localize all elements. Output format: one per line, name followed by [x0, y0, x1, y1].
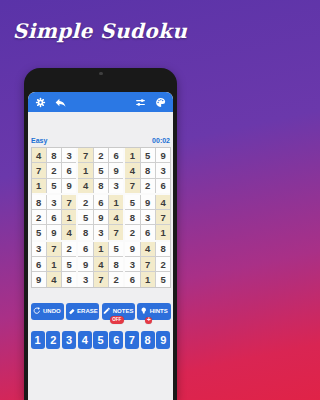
- cell-r9c5[interactable]: 7: [94, 272, 108, 286]
- phone-screen: Easy 00:02 48372615972615948315948372683…: [28, 92, 173, 400]
- cell-r4c3[interactable]: 7: [62, 195, 76, 209]
- cell-r8c3[interactable]: 5: [62, 257, 76, 271]
- cell-r3c7[interactable]: 7: [125, 179, 139, 193]
- cell-r9c1[interactable]: 9: [32, 272, 46, 286]
- cell-r1c6[interactable]: 6: [109, 148, 123, 162]
- phone-camera-dot: [99, 72, 103, 75]
- eraser-icon: [68, 307, 76, 315]
- cell-r9c6[interactable]: 2: [109, 272, 123, 286]
- cell-r6c2[interactable]: 9: [47, 225, 61, 239]
- sudoku-box-1: 726159483: [78, 148, 123, 193]
- cell-r6c1[interactable]: 5: [32, 225, 46, 239]
- cell-r6c4[interactable]: 8: [78, 225, 92, 239]
- sudoku-box-8: 948372615: [125, 242, 170, 287]
- sudoku-box-0: 483726159: [32, 148, 77, 193]
- status-row: Easy 00:02: [31, 137, 170, 144]
- numpad-button-7[interactable]: 7: [125, 331, 139, 349]
- cell-r2c7[interactable]: 4: [125, 163, 139, 177]
- cell-r2c6[interactable]: 9: [109, 163, 123, 177]
- numpad-button-5[interactable]: 5: [93, 331, 107, 349]
- cell-r8c9[interactable]: 2: [156, 257, 170, 271]
- numpad-button-4[interactable]: 4: [78, 331, 92, 349]
- cell-r9c3[interactable]: 8: [62, 272, 76, 286]
- timer-value: 00:02: [152, 137, 170, 144]
- cell-r4c6[interactable]: 1: [109, 195, 123, 209]
- cell-r3c6[interactable]: 3: [109, 179, 123, 193]
- sudoku-board-wrap: 4837261597261594831594837268372615942615…: [31, 147, 171, 288]
- cell-r5c3[interactable]: 1: [62, 210, 76, 224]
- cell-r7c7[interactable]: 9: [125, 242, 139, 256]
- cell-r5c5[interactable]: 9: [94, 210, 108, 224]
- numpad-button-3[interactable]: 3: [62, 331, 76, 349]
- cell-r6c6[interactable]: 7: [109, 225, 123, 239]
- cell-r7c4[interactable]: 6: [78, 242, 92, 256]
- cell-r6c3[interactable]: 4: [62, 225, 76, 239]
- cell-r9c9[interactable]: 5: [156, 272, 170, 286]
- undo-circular-icon: [33, 307, 41, 315]
- cell-r7c8[interactable]: 4: [141, 242, 155, 256]
- cell-r4c5[interactable]: 6: [94, 195, 108, 209]
- numpad-button-8[interactable]: 8: [141, 331, 155, 349]
- cell-r2c1[interactable]: 7: [32, 163, 46, 177]
- erase-button[interactable]: ERASE: [66, 303, 99, 320]
- cell-r1c1[interactable]: 4: [32, 148, 46, 162]
- control-bar: UNDO ERASE NOTES OFF: [31, 303, 171, 320]
- cell-r7c5[interactable]: 1: [94, 242, 108, 256]
- sudoku-board: 4837261597261594831594837268372615942615…: [31, 147, 171, 288]
- numpad-button-2[interactable]: 2: [46, 331, 60, 349]
- notes-button[interactable]: NOTES OFF: [102, 303, 135, 320]
- cell-r7c1[interactable]: 3: [32, 242, 46, 256]
- undo-arrow-icon[interactable]: [55, 97, 66, 108]
- cell-r1c7[interactable]: 1: [125, 148, 139, 162]
- cell-r9c4[interactable]: 3: [78, 272, 92, 286]
- cell-r3c8[interactable]: 2: [141, 179, 155, 193]
- numpad-button-1[interactable]: 1: [31, 331, 45, 349]
- sudoku-box-3: 837261594: [32, 195, 77, 240]
- cell-r2c4[interactable]: 1: [78, 163, 92, 177]
- cell-r8c8[interactable]: 7: [141, 257, 155, 271]
- cell-r3c3[interactable]: 9: [62, 179, 76, 193]
- sudoku-box-7: 615948372: [78, 242, 123, 287]
- cell-r9c2[interactable]: 4: [47, 272, 61, 286]
- cell-r3c1[interactable]: 1: [32, 179, 46, 193]
- cell-r4c7[interactable]: 5: [125, 195, 139, 209]
- cell-r3c4[interactable]: 4: [78, 179, 92, 193]
- sudoku-box-6: 372615948: [32, 242, 77, 287]
- numpad-button-9[interactable]: 9: [156, 331, 170, 349]
- cell-r2c8[interactable]: 8: [141, 163, 155, 177]
- cell-r4c9[interactable]: 4: [156, 195, 170, 209]
- cell-r5c9[interactable]: 7: [156, 210, 170, 224]
- page-title: Simple Sudoku: [0, 19, 200, 43]
- cell-r6c8[interactable]: 6: [141, 225, 155, 239]
- cell-r4c1[interactable]: 8: [32, 195, 46, 209]
- cell-r3c2[interactable]: 5: [47, 179, 61, 193]
- cell-r6c7[interactable]: 2: [125, 225, 139, 239]
- notes-off-badge: OFF: [110, 316, 124, 324]
- cell-r6c5[interactable]: 3: [94, 225, 108, 239]
- cell-r8c1[interactable]: 6: [32, 257, 46, 271]
- cell-r2c2[interactable]: 2: [47, 163, 61, 177]
- number-pad: 123456789: [31, 331, 171, 349]
- sudoku-box-4: 261594837: [78, 195, 123, 240]
- cell-r6c9[interactable]: 1: [156, 225, 170, 239]
- cell-r8c5[interactable]: 4: [94, 257, 108, 271]
- cell-r8c6[interactable]: 8: [109, 257, 123, 271]
- settings-gear-icon[interactable]: [35, 97, 46, 108]
- cell-r3c9[interactable]: 6: [156, 179, 170, 193]
- difficulty-label: Easy: [31, 137, 47, 144]
- sudoku-box-2: 159483726: [125, 148, 170, 193]
- cell-r1c2[interactable]: 8: [47, 148, 61, 162]
- cell-r5c1[interactable]: 2: [32, 210, 46, 224]
- lightbulb-icon: [140, 307, 148, 315]
- cell-r8c4[interactable]: 9: [78, 257, 92, 271]
- pencil-icon: [103, 307, 111, 315]
- cell-r2c9[interactable]: 3: [156, 163, 170, 177]
- cell-r7c6[interactable]: 5: [109, 242, 123, 256]
- phone-mockup: Easy 00:02 48372615972615948315948372683…: [24, 68, 177, 400]
- cell-r1c3[interactable]: 3: [62, 148, 76, 162]
- hints-plus-badge: +: [145, 317, 152, 324]
- cell-r7c9[interactable]: 8: [156, 242, 170, 256]
- cell-r2c3[interactable]: 6: [62, 163, 76, 177]
- cell-r1c5[interactable]: 2: [94, 148, 108, 162]
- cell-r5c8[interactable]: 3: [141, 210, 155, 224]
- cell-r1c9[interactable]: 9: [156, 148, 170, 162]
- cell-r9c8[interactable]: 1: [141, 272, 155, 286]
- cell-r4c8[interactable]: 9: [141, 195, 155, 209]
- cell-r2c5[interactable]: 5: [94, 163, 108, 177]
- cell-r8c2[interactable]: 1: [47, 257, 61, 271]
- cell-r8c7[interactable]: 3: [125, 257, 139, 271]
- cell-r5c6[interactable]: 4: [109, 210, 123, 224]
- numpad-button-6[interactable]: 6: [109, 331, 123, 349]
- cell-r1c8[interactable]: 5: [141, 148, 155, 162]
- cell-r3c5[interactable]: 8: [94, 179, 108, 193]
- undo-button[interactable]: UNDO: [31, 303, 64, 320]
- cell-r9c7[interactable]: 6: [125, 272, 139, 286]
- cell-r7c3[interactable]: 2: [62, 242, 76, 256]
- cell-r5c4[interactable]: 5: [78, 210, 92, 224]
- palette-theme-icon[interactable]: [155, 97, 166, 108]
- cell-r4c2[interactable]: 3: [47, 195, 61, 209]
- cell-r5c2[interactable]: 6: [47, 210, 61, 224]
- cell-r1c4[interactable]: 7: [78, 148, 92, 162]
- tune-filter-icon[interactable]: [135, 97, 146, 108]
- cell-r5c7[interactable]: 8: [125, 210, 139, 224]
- hints-button[interactable]: HINTS +: [137, 303, 170, 320]
- sudoku-box-5: 594837261: [125, 195, 170, 240]
- cell-r7c2[interactable]: 7: [47, 242, 61, 256]
- cell-r4c4[interactable]: 2: [78, 195, 92, 209]
- app-toolbar: [28, 92, 173, 112]
